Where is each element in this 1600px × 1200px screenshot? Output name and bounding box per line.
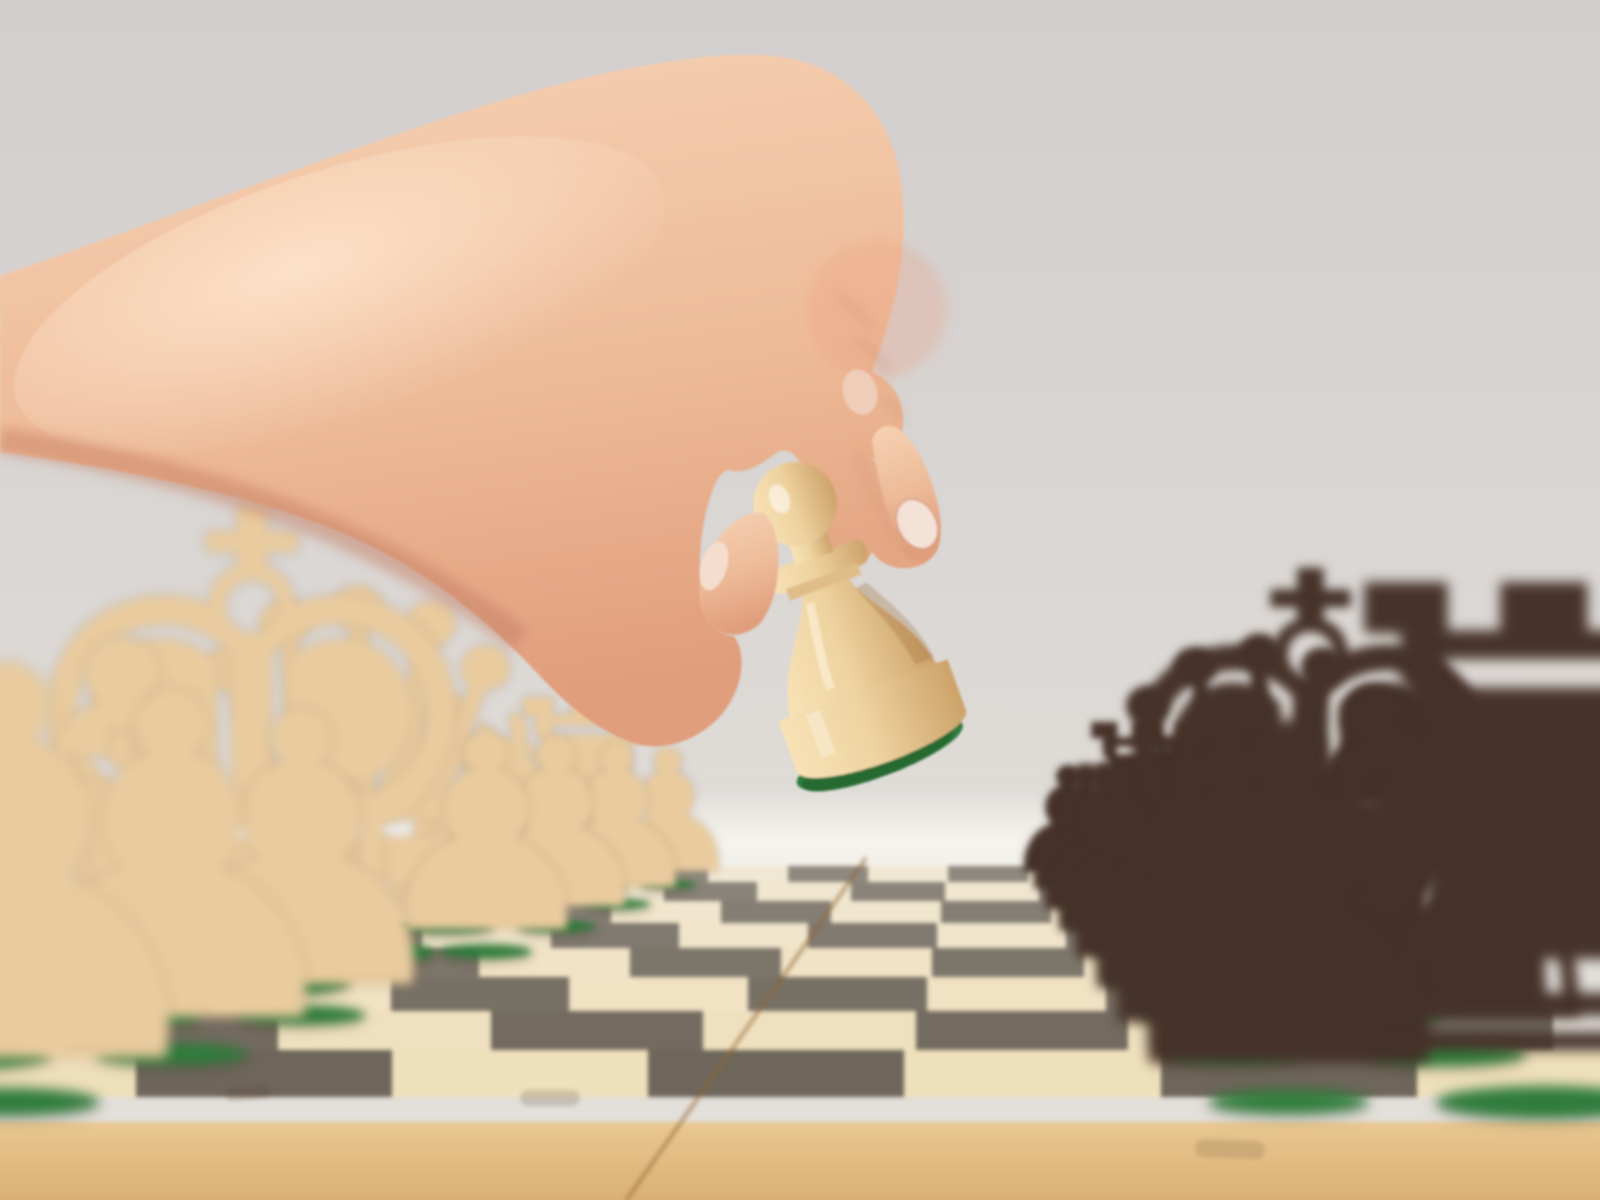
photo-scene: ♜♟♟♜♞♟♟♞♝♟♟♝♛♟♟♛♚♟♚♝♟♟♝♞♟♟♞♜♟♟♜ xyxy=(0,0,1600,1200)
hand-and-pawn xyxy=(0,0,1600,1200)
